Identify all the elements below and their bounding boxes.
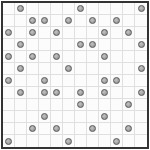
stone	[17, 41, 24, 48]
cell[interactable]	[75, 3, 87, 15]
cell[interactable]	[75, 75, 87, 87]
cell[interactable]	[51, 123, 63, 135]
cell[interactable]	[63, 87, 75, 99]
stone	[41, 113, 48, 120]
cell[interactable]	[99, 99, 111, 111]
cell[interactable]	[3, 27, 15, 39]
cell[interactable]	[111, 27, 123, 39]
cell[interactable]	[99, 3, 111, 15]
cell[interactable]	[135, 75, 147, 87]
cell[interactable]	[75, 27, 87, 39]
stone	[29, 125, 36, 132]
cell[interactable]	[27, 87, 39, 99]
cell[interactable]	[63, 135, 75, 147]
cell[interactable]	[87, 123, 99, 135]
stone	[41, 17, 48, 24]
cell[interactable]	[51, 135, 63, 147]
cell[interactable]	[27, 3, 39, 15]
stone	[113, 17, 120, 24]
stone	[138, 89, 145, 96]
stone	[125, 101, 132, 108]
cell[interactable]	[27, 39, 39, 51]
cell[interactable]	[51, 75, 63, 87]
cell[interactable]	[123, 111, 135, 123]
cell[interactable]	[51, 63, 63, 75]
stone	[41, 89, 48, 96]
cell[interactable]	[99, 51, 111, 63]
cell[interactable]	[99, 135, 111, 147]
cell[interactable]	[3, 111, 15, 123]
stone	[17, 65, 24, 72]
stone	[53, 125, 60, 132]
stone	[77, 41, 84, 48]
cell[interactable]	[111, 15, 123, 27]
cell[interactable]	[135, 99, 147, 111]
cell[interactable]	[87, 87, 99, 99]
stone	[77, 5, 84, 12]
cell[interactable]	[87, 111, 99, 123]
cell[interactable]	[99, 27, 111, 39]
cell[interactable]	[39, 123, 51, 135]
cell[interactable]	[3, 87, 15, 99]
cell[interactable]	[87, 39, 99, 51]
stone	[5, 138, 12, 145]
cell[interactable]	[135, 87, 147, 99]
cell[interactable]	[87, 99, 99, 111]
cell[interactable]	[135, 111, 147, 123]
cell[interactable]	[51, 51, 63, 63]
cell[interactable]	[135, 3, 147, 15]
stone	[53, 53, 60, 60]
cell[interactable]	[63, 123, 75, 135]
cell[interactable]	[123, 75, 135, 87]
cell[interactable]	[3, 15, 15, 27]
cell[interactable]	[75, 111, 87, 123]
cell[interactable]	[111, 3, 123, 15]
cell[interactable]	[39, 87, 51, 99]
stone	[138, 5, 145, 12]
stone	[113, 77, 120, 84]
cell[interactable]	[51, 87, 63, 99]
cell[interactable]	[111, 87, 123, 99]
cell[interactable]	[87, 75, 99, 87]
cell[interactable]	[123, 135, 135, 147]
cell[interactable]	[63, 3, 75, 15]
cell[interactable]	[27, 123, 39, 135]
cell[interactable]	[3, 39, 15, 51]
cell[interactable]	[111, 39, 123, 51]
cell[interactable]	[135, 39, 147, 51]
stone	[101, 29, 108, 36]
cell[interactable]	[87, 51, 99, 63]
cell[interactable]	[15, 99, 27, 111]
stone	[89, 17, 96, 24]
cell[interactable]	[3, 75, 15, 87]
cell[interactable]	[63, 99, 75, 111]
cell[interactable]	[75, 135, 87, 147]
cell[interactable]	[51, 27, 63, 39]
cell[interactable]	[75, 63, 87, 75]
cell[interactable]	[39, 3, 51, 15]
cell[interactable]	[15, 87, 27, 99]
cell[interactable]	[3, 135, 15, 147]
cell[interactable]	[15, 27, 27, 39]
cell[interactable]	[63, 63, 75, 75]
cell[interactable]	[123, 87, 135, 99]
cell[interactable]	[87, 15, 99, 27]
cell[interactable]	[27, 135, 39, 147]
stone	[29, 17, 36, 24]
cell[interactable]	[27, 63, 39, 75]
cell[interactable]	[39, 63, 51, 75]
stone	[65, 17, 72, 24]
cell[interactable]	[15, 51, 27, 63]
stone	[53, 89, 60, 96]
cell[interactable]	[111, 63, 123, 75]
cell[interactable]	[27, 15, 39, 27]
cell[interactable]	[123, 39, 135, 51]
cell[interactable]	[87, 27, 99, 39]
cell[interactable]	[39, 111, 51, 123]
cell[interactable]	[63, 51, 75, 63]
stone	[29, 29, 36, 36]
stone	[101, 113, 108, 120]
stone	[5, 29, 12, 36]
cell[interactable]	[51, 3, 63, 15]
cell[interactable]	[111, 123, 123, 135]
cell[interactable]	[135, 63, 147, 75]
cell[interactable]	[123, 99, 135, 111]
stone	[89, 125, 96, 132]
cell[interactable]	[3, 3, 15, 15]
cell[interactable]	[111, 135, 123, 147]
cell[interactable]	[87, 63, 99, 75]
cell[interactable]	[27, 27, 39, 39]
cell[interactable]	[111, 99, 123, 111]
cell[interactable]	[15, 135, 27, 147]
cell[interactable]	[99, 111, 111, 123]
cell[interactable]	[123, 63, 135, 75]
cell[interactable]	[39, 39, 51, 51]
cell[interactable]	[39, 135, 51, 147]
stone	[65, 65, 72, 72]
cell[interactable]	[15, 111, 27, 123]
cell[interactable]	[75, 39, 87, 51]
cell[interactable]	[135, 27, 147, 39]
cell[interactable]	[75, 15, 87, 27]
cell[interactable]	[15, 15, 27, 27]
stone	[17, 89, 24, 96]
cell[interactable]	[111, 51, 123, 63]
cell[interactable]	[15, 3, 27, 15]
stone	[5, 53, 12, 60]
cell[interactable]	[27, 99, 39, 111]
stone	[77, 89, 84, 96]
cell[interactable]	[99, 87, 111, 99]
stone	[5, 77, 12, 84]
cell[interactable]	[51, 39, 63, 51]
cell[interactable]	[135, 123, 147, 135]
cell[interactable]	[99, 15, 111, 27]
cell[interactable]	[123, 123, 135, 135]
cell[interactable]	[75, 87, 87, 99]
cell[interactable]	[63, 39, 75, 51]
cell[interactable]	[3, 51, 15, 63]
cell[interactable]	[39, 15, 51, 27]
cell[interactable]	[51, 111, 63, 123]
cell[interactable]	[123, 51, 135, 63]
stone	[17, 5, 24, 12]
cell[interactable]	[39, 75, 51, 87]
cell[interactable]	[63, 75, 75, 87]
stone	[29, 53, 36, 60]
stone	[138, 41, 145, 48]
stone	[125, 29, 132, 36]
cell[interactable]	[135, 135, 147, 147]
stone	[53, 29, 60, 36]
stone	[101, 89, 108, 96]
cell[interactable]	[87, 3, 99, 15]
cell[interactable]	[63, 15, 75, 27]
cell[interactable]	[135, 15, 147, 27]
cell[interactable]	[39, 27, 51, 39]
stone	[65, 138, 72, 145]
cell[interactable]	[15, 63, 27, 75]
stone	[101, 77, 108, 84]
cell[interactable]	[111, 75, 123, 87]
cell[interactable]	[63, 111, 75, 123]
cell[interactable]	[63, 27, 75, 39]
cell[interactable]	[135, 51, 147, 63]
stone	[101, 53, 108, 60]
stone	[89, 41, 96, 48]
cell[interactable]	[27, 111, 39, 123]
cell[interactable]	[3, 123, 15, 135]
cell[interactable]	[51, 15, 63, 27]
cell[interactable]	[39, 51, 51, 63]
cell[interactable]	[99, 63, 111, 75]
cell[interactable]	[87, 135, 99, 147]
cell[interactable]	[15, 39, 27, 51]
cell[interactable]	[123, 3, 135, 15]
stone	[138, 65, 145, 72]
cell[interactable]	[39, 99, 51, 111]
cell[interactable]	[15, 75, 27, 87]
cell[interactable]	[15, 123, 27, 135]
cell[interactable]	[75, 51, 87, 63]
stone	[41, 77, 48, 84]
cell[interactable]	[111, 111, 123, 123]
cell[interactable]	[51, 99, 63, 111]
cell[interactable]	[27, 75, 39, 87]
cell[interactable]	[123, 15, 135, 27]
puzzle-board	[1, 1, 149, 149]
cell[interactable]	[75, 99, 87, 111]
cell[interactable]	[27, 51, 39, 63]
stone	[113, 138, 120, 145]
cell[interactable]	[99, 75, 111, 87]
cell[interactable]	[99, 39, 111, 51]
cell[interactable]	[99, 123, 111, 135]
cell[interactable]	[123, 27, 135, 39]
cell[interactable]	[3, 99, 15, 111]
cell[interactable]	[75, 123, 87, 135]
stone	[125, 125, 132, 132]
stone	[77, 101, 84, 108]
cell[interactable]	[3, 63, 15, 75]
